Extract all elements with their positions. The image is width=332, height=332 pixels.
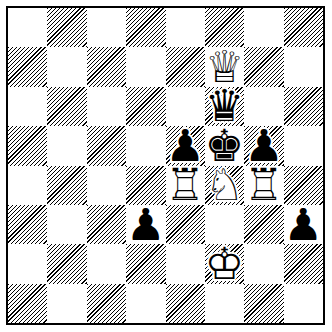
square-e4[interactable]: ♜♖: [166, 166, 205, 205]
square-b8[interactable]: [47, 8, 86, 47]
square-a7[interactable]: [8, 47, 47, 86]
square-g7[interactable]: [244, 47, 283, 86]
white-king-icon: ♔: [205, 244, 244, 283]
square-a8[interactable]: [8, 8, 47, 47]
square-d2[interactable]: [126, 244, 165, 283]
square-a4[interactable]: [8, 166, 47, 205]
square-c1[interactable]: [87, 284, 126, 323]
square-h1[interactable]: [284, 284, 323, 323]
square-a2[interactable]: [8, 244, 47, 283]
chess-board: ♛♕♛♛♟♟♚♚♟♟♜♖♞♘♜♖♟♟♟♟♚♔: [6, 6, 325, 325]
black-pawn-icon: ♟: [126, 205, 165, 244]
square-e2[interactable]: [166, 244, 205, 283]
square-e7[interactable]: [166, 47, 205, 86]
piece-white-knight-f4[interactable]: ♞♘: [205, 166, 244, 205]
square-e8[interactable]: [166, 8, 205, 47]
square-h3[interactable]: ♟♟: [284, 205, 323, 244]
white-rook-icon: ♖: [244, 166, 283, 205]
square-d1[interactable]: [126, 284, 165, 323]
piece-white-rook-g4[interactable]: ♜♖: [244, 166, 283, 205]
square-b7[interactable]: [47, 47, 86, 86]
square-d3[interactable]: ♟♟: [126, 205, 165, 244]
piece-white-rook-e4[interactable]: ♜♖: [166, 166, 205, 205]
square-a6[interactable]: [8, 87, 47, 126]
chess-diagram: ♛♕♛♛♟♟♚♚♟♟♜♖♞♘♜♖♟♟♟♟♚♔: [0, 0, 332, 332]
white-rook-icon: ♖: [166, 166, 205, 205]
square-g3[interactable]: [244, 205, 283, 244]
square-g2[interactable]: [244, 244, 283, 283]
square-h7[interactable]: [284, 47, 323, 86]
square-b2[interactable]: [47, 244, 86, 283]
square-d6[interactable]: [126, 87, 165, 126]
square-c2[interactable]: [87, 244, 126, 283]
square-f2[interactable]: ♚♔: [205, 244, 244, 283]
square-b6[interactable]: [47, 87, 86, 126]
square-d7[interactable]: [126, 47, 165, 86]
square-b4[interactable]: [47, 166, 86, 205]
square-h8[interactable]: [284, 8, 323, 47]
square-b5[interactable]: [47, 126, 86, 165]
piece-white-king-f2[interactable]: ♚♔: [205, 244, 244, 283]
square-g4[interactable]: ♜♖: [244, 166, 283, 205]
square-b3[interactable]: [47, 205, 86, 244]
square-h5[interactable]: [284, 126, 323, 165]
square-h6[interactable]: [284, 87, 323, 126]
square-e3[interactable]: [166, 205, 205, 244]
square-g1[interactable]: [244, 284, 283, 323]
square-c8[interactable]: [87, 8, 126, 47]
square-g8[interactable]: [244, 8, 283, 47]
white-knight-icon: ♘: [205, 166, 244, 205]
square-a5[interactable]: [8, 126, 47, 165]
square-c3[interactable]: [87, 205, 126, 244]
square-d5[interactable]: [126, 126, 165, 165]
square-c7[interactable]: [87, 47, 126, 86]
piece-black-pawn-h3[interactable]: ♟♟: [284, 205, 323, 244]
square-a1[interactable]: [8, 284, 47, 323]
square-c6[interactable]: [87, 87, 126, 126]
black-pawn-icon: ♟: [284, 205, 323, 244]
square-f1[interactable]: [205, 284, 244, 323]
square-b1[interactable]: [47, 284, 86, 323]
square-e1[interactable]: [166, 284, 205, 323]
piece-black-pawn-d3[interactable]: ♟♟: [126, 205, 165, 244]
square-c4[interactable]: [87, 166, 126, 205]
square-h2[interactable]: [284, 244, 323, 283]
square-c5[interactable]: [87, 126, 126, 165]
square-a3[interactable]: [8, 205, 47, 244]
square-d8[interactable]: [126, 8, 165, 47]
square-f4[interactable]: ♞♘: [205, 166, 244, 205]
